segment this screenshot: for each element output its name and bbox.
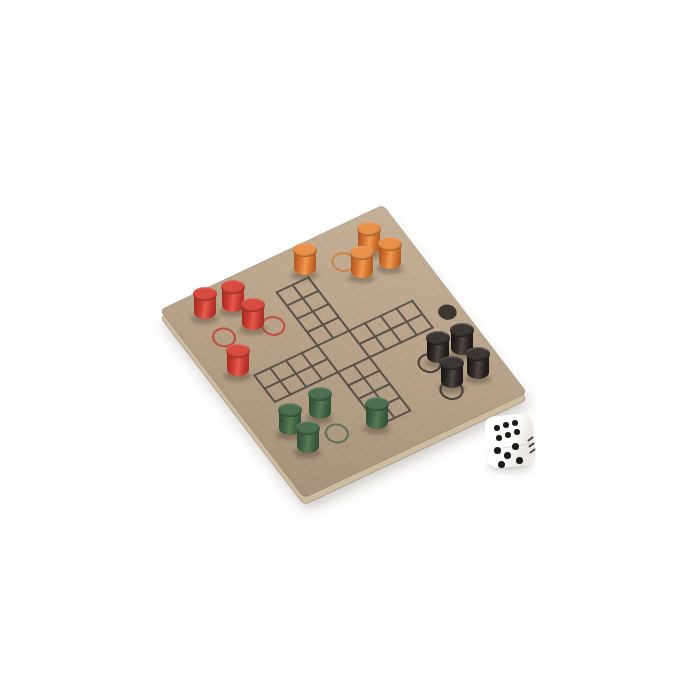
peg-top-face [296,421,320,435]
peg-red-3[interactable] [239,298,267,336]
peg-top-face [278,403,302,417]
die-pip [498,461,505,468]
peg-top-face [365,397,389,411]
ludo-board [0,0,700,700]
peg-green-4[interactable] [363,397,391,435]
peg-orange-2[interactable] [348,246,376,284]
die-pip [512,443,519,450]
peg-red-4[interactable] [224,344,252,382]
peg-top-face [466,347,490,361]
die-pip [504,452,511,459]
peg-top-face [293,243,317,257]
peg-top-face [221,280,245,294]
peg-top-face [241,298,265,312]
peg-top-face [226,344,250,358]
peg-top-face [350,246,374,260]
peg-black-3[interactable] [438,356,466,394]
peg-orange-1[interactable] [291,243,319,281]
peg-top-face [450,323,474,337]
die-pip [516,457,523,464]
peg-orange-4[interactable] [376,237,404,275]
peg-green-1[interactable] [306,387,334,425]
peg-top-face [193,287,217,301]
peg-top-face [308,387,332,401]
peg-red-1[interactable] [191,287,219,325]
peg-black-4[interactable] [464,347,492,385]
product-photo-stage [0,0,700,700]
peg-top-face [426,331,450,345]
peg-top-face [378,237,402,251]
peg-green-3[interactable] [294,421,322,459]
peg-top-face [357,222,381,236]
die-pip [494,447,501,454]
die[interactable] [480,413,538,475]
peg-top-face [440,356,464,370]
